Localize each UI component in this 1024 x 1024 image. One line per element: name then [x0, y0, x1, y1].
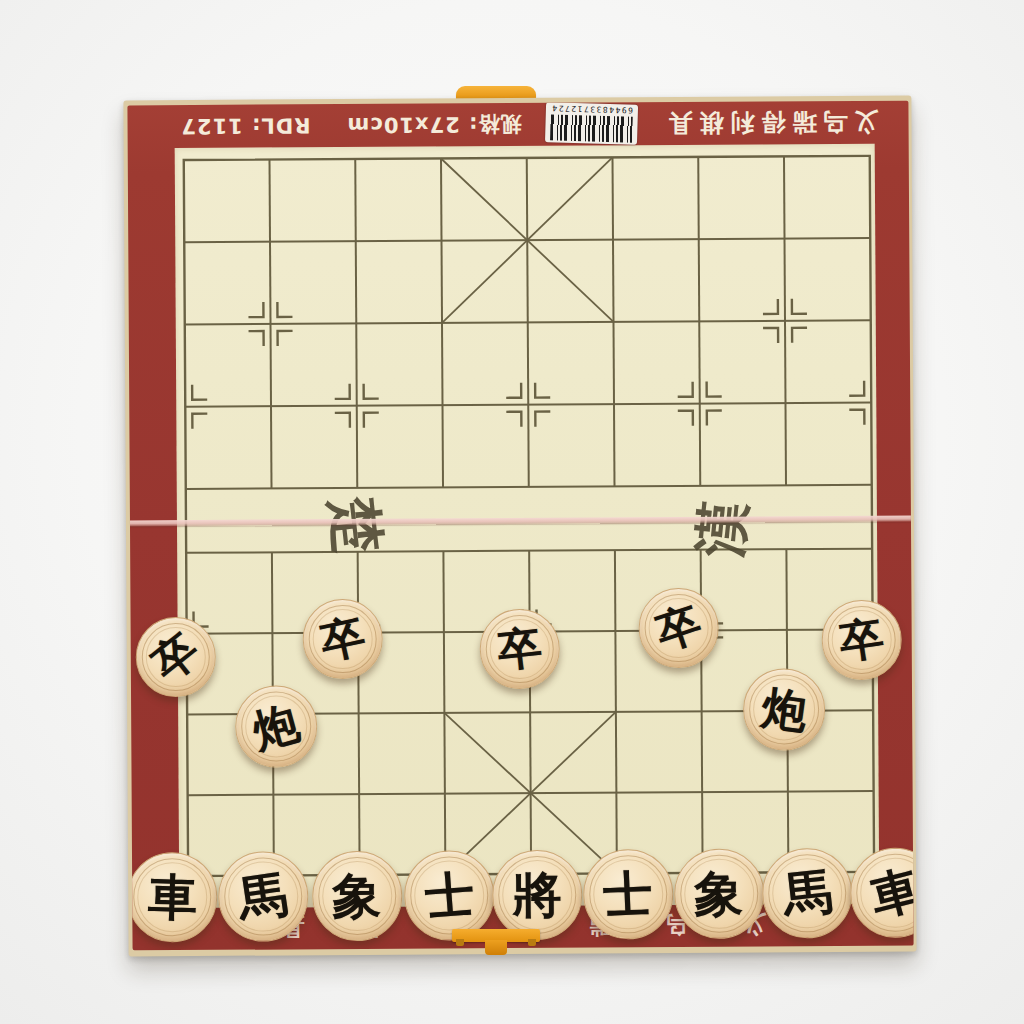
piece-black-soldier-3[interactable]: 卒 — [480, 608, 560, 688]
piece-character: 卒 — [837, 615, 887, 665]
clasp-foot-left — [456, 939, 464, 946]
piece-character: 卒 — [145, 626, 207, 688]
barcode-digits: 6944833712724 — [546, 103, 638, 116]
piece-black-advisor-right[interactable]: 士 — [583, 849, 674, 940]
top-printed-band: 义乌瑞得利棋具 6944833712724 规格: 27x10cm RDL: 1… — [127, 101, 908, 149]
piece-character: 士 — [603, 869, 654, 920]
piece-character: 炮 — [759, 684, 810, 735]
clasp-tab — [485, 940, 507, 955]
clasp-foot-right — [528, 939, 536, 946]
piece-character: 卒 — [316, 612, 368, 664]
piece-character: 炮 — [248, 699, 303, 754]
piece-character: 卒 — [495, 624, 544, 673]
piece-character: 士 — [423, 869, 476, 922]
piece-black-soldier-4[interactable]: 卒 — [638, 587, 718, 667]
piece-black-soldier-2[interactable]: 卒 — [302, 598, 382, 678]
piece-black-horse-right[interactable]: 馬 — [762, 848, 853, 939]
piece-black-general[interactable]: 將 — [492, 850, 583, 941]
barcode: 6944833712724 — [545, 103, 638, 146]
piece-black-soldier-1[interactable]: 卒 — [136, 616, 216, 696]
piece-character: 象 — [332, 871, 381, 920]
piece-black-advisor-left[interactable]: 士 — [404, 850, 495, 941]
xiangqi-board-frame: 义乌瑞得利棋具 6944833712724 规格: 27x10cm RDL: 1… — [127, 101, 913, 951]
barcode-bars — [550, 115, 633, 143]
piece-black-chariot-left[interactable]: 車 — [127, 852, 217, 943]
spec-label: 规格: 27x10cm — [346, 110, 521, 139]
pieces-layer: 卒卒卒卒卒炮炮車馬象士將士象馬車 — [175, 144, 880, 908]
piece-character: 車 — [865, 863, 913, 923]
box-clasp-bottom — [452, 929, 540, 942]
brand-label-top: 义乌瑞得利棋具 — [661, 106, 878, 139]
product-photo-canvas: { "game": "Xiangqi (Chinese chess) — fol… — [0, 0, 1024, 1024]
piece-character: 卒 — [650, 600, 706, 656]
folding-board-wood-edge: 义乌瑞得利棋具 6944833712724 规格: 27x10cm RDL: 1… — [123, 96, 916, 957]
piece-character: 馬 — [780, 866, 834, 920]
piece-character: 象 — [694, 869, 743, 918]
piece-black-cannon-left[interactable]: 炮 — [235, 686, 317, 768]
piece-black-soldier-5[interactable]: 卒 — [821, 599, 901, 679]
piece-character: 馬 — [235, 869, 291, 925]
piece-black-horse-left[interactable]: 馬 — [218, 851, 309, 942]
piece-character: 車 — [147, 872, 197, 922]
piece-black-cannon-right[interactable]: 炮 — [743, 669, 825, 751]
piece-black-elephant-left[interactable]: 象 — [311, 851, 402, 942]
piece-character: 將 — [513, 870, 562, 919]
model-label: RDL: 1127 — [180, 114, 310, 139]
piece-black-elephant-right[interactable]: 象 — [673, 849, 764, 940]
